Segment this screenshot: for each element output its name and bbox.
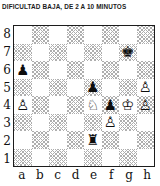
square-h7 — [137, 44, 155, 62]
square-g1 — [119, 149, 137, 167]
square-f6 — [102, 61, 120, 79]
square-a8 — [14, 26, 32, 44]
chess-board: ♚♟♟♙♙♘♟♔♙♙♜ — [13, 25, 155, 167]
square-c2 — [49, 131, 67, 149]
square-a1 — [14, 149, 32, 167]
square-e3 — [84, 114, 102, 132]
rank-labels: 87654321 — [0, 25, 12, 168]
rank-label-4: 4 — [0, 97, 12, 115]
square-f2 — [102, 131, 120, 149]
square-d3 — [67, 114, 85, 132]
square-b2 — [32, 131, 50, 149]
rank-label-2: 2 — [0, 132, 12, 150]
square-f7 — [102, 44, 120, 62]
square-h6 — [137, 61, 155, 79]
piece-white-pawn: ♙ — [139, 80, 152, 95]
square-d7 — [67, 44, 85, 62]
square-c4 — [49, 96, 67, 114]
square-c5 — [49, 79, 67, 97]
square-g8 — [119, 26, 137, 44]
square-f5 — [102, 79, 120, 97]
piece-white-knight: ♘ — [86, 97, 99, 112]
file-label-d: d — [67, 167, 85, 183]
piece-white-king: ♔ — [121, 97, 134, 112]
square-e2: ♜ — [84, 131, 102, 149]
rank-label-3: 3 — [0, 114, 12, 132]
square-e5: ♟ — [84, 79, 102, 97]
file-label-b: b — [31, 167, 49, 183]
piece-black-king: ♚ — [121, 45, 134, 60]
square-d8 — [67, 26, 85, 44]
file-label-a: a — [13, 167, 31, 183]
square-h1 — [137, 149, 155, 167]
square-e4: ♘ — [84, 96, 102, 114]
square-b4 — [32, 96, 50, 114]
square-d6 — [67, 61, 85, 79]
rank-label-1: 1 — [0, 150, 12, 168]
piece-black-pawn: ♟ — [16, 62, 29, 77]
square-b1 — [32, 149, 50, 167]
square-g6 — [119, 61, 137, 79]
square-a3 — [14, 114, 32, 132]
square-c6 — [49, 61, 67, 79]
file-label-e: e — [85, 167, 103, 183]
square-b7 — [32, 44, 50, 62]
square-c3 — [49, 114, 67, 132]
file-label-g: g — [120, 167, 138, 183]
square-d5 — [67, 79, 85, 97]
square-g2 — [119, 131, 137, 149]
square-a6: ♟ — [14, 61, 32, 79]
file-label-h: h — [138, 167, 156, 183]
square-g7: ♚ — [119, 44, 137, 62]
square-f8 — [102, 26, 120, 44]
square-e1 — [84, 149, 102, 167]
file-label-c: c — [49, 167, 67, 183]
square-c7 — [49, 44, 67, 62]
square-d2 — [67, 131, 85, 149]
square-f1 — [102, 149, 120, 167]
square-h5: ♙ — [137, 79, 155, 97]
square-g5 — [119, 79, 137, 97]
square-e8 — [84, 26, 102, 44]
piece-white-pawn: ♙ — [16, 97, 29, 112]
square-h8 — [137, 26, 155, 44]
square-h2 — [137, 131, 155, 149]
piece-black-pawn: ♟ — [86, 80, 99, 95]
square-c1 — [49, 149, 67, 167]
square-h4: ♙ — [137, 96, 155, 114]
square-b6 — [32, 61, 50, 79]
square-b5 — [32, 79, 50, 97]
square-e6 — [84, 61, 102, 79]
rank-label-6: 6 — [0, 61, 12, 79]
square-a4: ♙ — [14, 96, 32, 114]
square-a7 — [14, 44, 32, 62]
square-d4 — [67, 96, 85, 114]
square-d1 — [67, 149, 85, 167]
square-b3 — [32, 114, 50, 132]
file-label-f: f — [102, 167, 120, 183]
rank-label-8: 8 — [0, 25, 12, 43]
square-f3: ♙ — [102, 114, 120, 132]
square-a5 — [14, 79, 32, 97]
file-labels: abcdefgh — [13, 167, 156, 183]
piece-white-pawn: ♙ — [139, 97, 152, 112]
square-a2 — [14, 131, 32, 149]
piece-black-pawn: ♟ — [104, 97, 117, 112]
rank-label-7: 7 — [0, 43, 12, 61]
puzzle-difficulty-caption: DIFICULTAD BAJA, DE 2 A 10 MINUTOS — [2, 3, 126, 10]
square-g4: ♔ — [119, 96, 137, 114]
square-e7 — [84, 44, 102, 62]
rank-label-5: 5 — [0, 79, 12, 97]
square-c8 — [49, 26, 67, 44]
square-f4: ♟ — [102, 96, 120, 114]
piece-white-pawn: ♙ — [104, 115, 117, 130]
square-b8 — [32, 26, 50, 44]
square-h3 — [137, 114, 155, 132]
square-g3 — [119, 114, 137, 132]
piece-black-rook: ♜ — [86, 132, 99, 147]
